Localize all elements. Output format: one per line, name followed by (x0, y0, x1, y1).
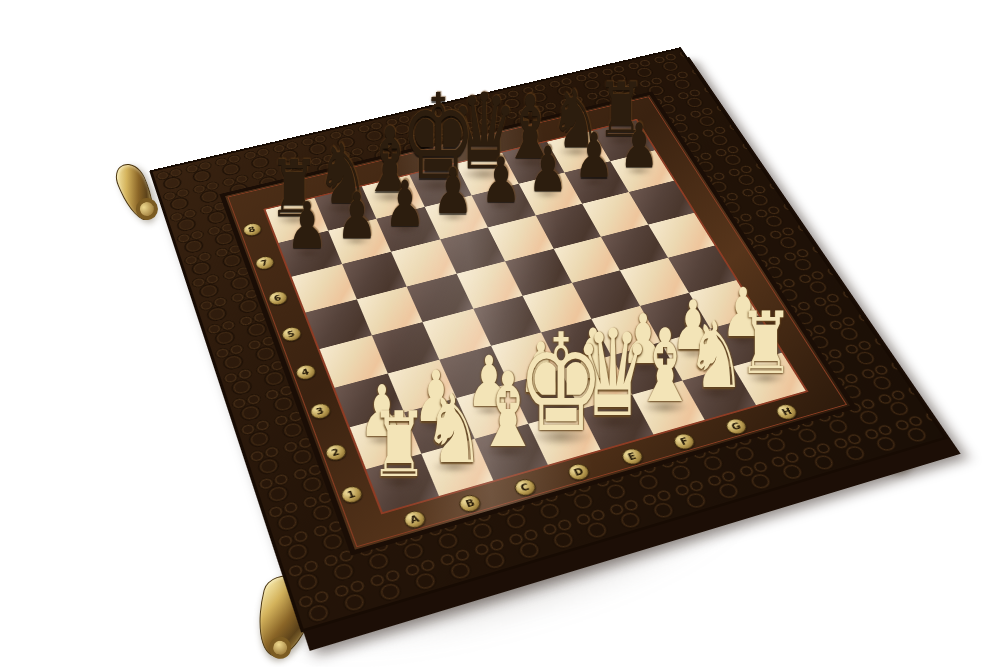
scene: 87654321ABCDEFGH ♜♞♝♚♛♝♞♜♟♟♟♟♟♟♟♟♟♟♟♟♟♟♟… (0, 0, 1000, 667)
